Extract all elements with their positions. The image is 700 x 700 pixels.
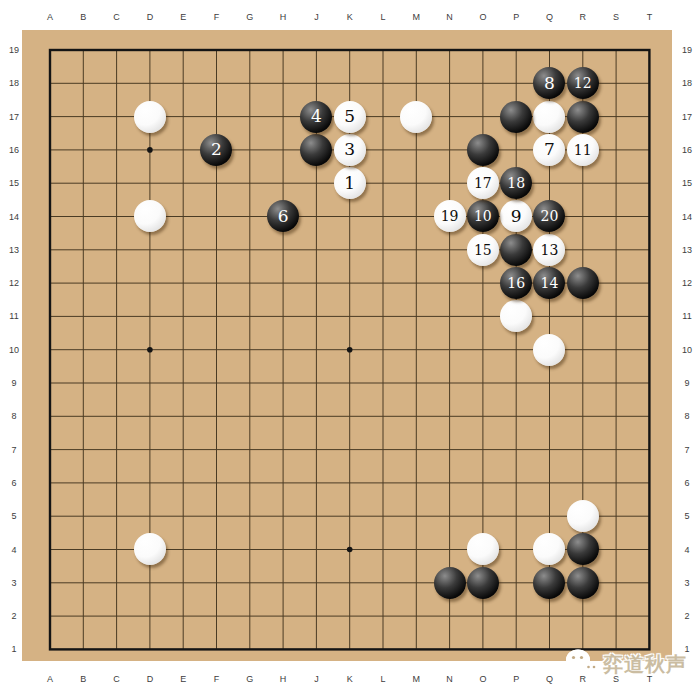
- row-label-right-18: 18: [682, 78, 692, 88]
- stone-black-R17: [567, 101, 599, 133]
- col-label-top-N: N: [446, 12, 453, 22]
- stone-white-Q13-move-13: 13: [533, 234, 565, 266]
- row-label-left-15: 15: [9, 178, 19, 188]
- move-number: 8: [544, 75, 555, 92]
- stone-black-Q18-move-8: 8: [533, 67, 565, 99]
- stone-black-P12-move-16: 16: [500, 267, 532, 299]
- move-number: 14: [541, 276, 559, 290]
- col-label-bottom-F: F: [214, 674, 220, 684]
- row-label-right-2: 2: [684, 611, 689, 621]
- wechat-icon: [563, 646, 603, 682]
- stone-black-J16: [300, 134, 332, 166]
- stone-white-M17: [400, 101, 432, 133]
- row-label-right-15: 15: [682, 178, 692, 188]
- row-label-right-4: 4: [684, 545, 689, 555]
- move-number: 18: [507, 176, 525, 190]
- col-label-top-R: R: [580, 12, 587, 22]
- col-label-top-D: D: [147, 12, 154, 22]
- stone-white-P11: [500, 300, 532, 332]
- col-label-bottom-J: J: [314, 674, 319, 684]
- move-number: 16: [507, 276, 525, 290]
- watermark: 弈道秋声: [563, 646, 687, 682]
- stone-black-N3: [434, 567, 466, 599]
- col-label-bottom-G: G: [246, 674, 253, 684]
- col-label-top-M: M: [413, 12, 421, 22]
- row-label-left-12: 12: [9, 278, 19, 288]
- stone-white-R5: [567, 500, 599, 532]
- col-label-top-L: L: [380, 12, 385, 22]
- col-label-bottom-O: O: [479, 674, 486, 684]
- row-label-left-17: 17: [9, 112, 19, 122]
- move-number: 15: [474, 243, 492, 257]
- row-label-left-1: 1: [11, 644, 16, 654]
- stone-black-O14-move-10: 10: [467, 200, 499, 232]
- stone-black-F16-move-2: 2: [200, 134, 232, 166]
- watermark-text: 弈道秋声: [603, 651, 687, 678]
- col-label-bottom-M: M: [413, 674, 421, 684]
- move-number: 5: [344, 108, 355, 125]
- stone-black-J17-move-4: 4: [300, 101, 332, 133]
- move-number: 17: [474, 176, 492, 190]
- stone-black-H14-move-6: 6: [267, 200, 299, 232]
- move-number: 3: [344, 141, 355, 158]
- col-label-top-J: J: [314, 12, 319, 22]
- stone-white-D14: [134, 200, 166, 232]
- row-label-left-11: 11: [9, 311, 18, 321]
- col-label-bottom-D: D: [147, 674, 154, 684]
- row-label-left-3: 3: [11, 578, 16, 588]
- row-label-left-4: 4: [11, 545, 16, 555]
- stone-black-O16: [467, 134, 499, 166]
- col-label-top-E: E: [180, 12, 186, 22]
- col-label-bottom-E: E: [180, 674, 186, 684]
- col-label-top-F: F: [214, 12, 220, 22]
- stone-black-Q12-move-14: 14: [533, 267, 565, 299]
- row-label-right-16: 16: [682, 145, 692, 155]
- go-board[interactable]: 1234567891011121314151617181920: [33, 33, 666, 666]
- col-label-bottom-K: K: [347, 674, 353, 684]
- stone-black-R3: [567, 567, 599, 599]
- col-label-bottom-N: N: [446, 674, 453, 684]
- col-label-bottom-A: A: [47, 674, 53, 684]
- row-label-right-11: 11: [682, 311, 691, 321]
- go-diagram: AABBCCDDEEFFGGHHJJKKLLMMNNOOPPQQRRSSTT19…: [0, 0, 700, 700]
- col-label-top-O: O: [479, 12, 486, 22]
- row-label-right-7: 7: [684, 445, 689, 455]
- row-label-right-8: 8: [684, 411, 689, 421]
- col-label-top-A: A: [47, 12, 53, 22]
- row-label-right-19: 19: [682, 45, 692, 55]
- stone-white-K16-move-3: 3: [334, 134, 366, 166]
- move-number: 20: [541, 209, 559, 223]
- move-number: 13: [541, 243, 559, 257]
- row-label-left-8: 8: [11, 411, 16, 421]
- col-label-top-B: B: [80, 12, 86, 22]
- move-number: 11: [574, 143, 592, 157]
- row-label-right-6: 6: [684, 478, 689, 488]
- col-label-top-K: K: [347, 12, 353, 22]
- stone-white-D4: [134, 533, 166, 565]
- move-number: 9: [511, 208, 522, 225]
- col-label-top-G: G: [246, 12, 253, 22]
- row-label-right-5: 5: [684, 511, 689, 521]
- stone-white-K17-move-5: 5: [334, 101, 366, 133]
- col-label-bottom-P: P: [513, 674, 519, 684]
- stone-black-R4: [567, 533, 599, 565]
- stone-white-Q17: [533, 101, 565, 133]
- col-label-top-H: H: [280, 12, 287, 22]
- row-label-left-16: 16: [9, 145, 19, 155]
- stone-black-R12: [567, 267, 599, 299]
- row-label-left-14: 14: [9, 212, 19, 222]
- stone-black-P13: [500, 234, 532, 266]
- stone-black-P17: [500, 101, 532, 133]
- stone-white-P14-move-9: 9: [500, 200, 532, 232]
- row-label-right-12: 12: [682, 278, 692, 288]
- move-number: 10: [474, 209, 492, 223]
- stone-white-Q10: [533, 334, 565, 366]
- col-label-bottom-Q: Q: [546, 674, 553, 684]
- col-label-top-C: C: [113, 12, 120, 22]
- stone-white-O15-move-17: 17: [467, 167, 499, 199]
- row-label-left-18: 18: [9, 78, 19, 88]
- stone-black-Q14-move-20: 20: [533, 200, 565, 232]
- row-label-left-6: 6: [11, 478, 16, 488]
- col-label-bottom-L: L: [380, 674, 385, 684]
- stone-black-Q3: [533, 567, 565, 599]
- col-label-bottom-B: B: [80, 674, 86, 684]
- move-number: 12: [574, 76, 592, 90]
- stone-black-P15-move-18: 18: [500, 167, 532, 199]
- stone-white-N14-move-19: 19: [434, 200, 466, 232]
- move-number: 6: [278, 208, 289, 225]
- row-label-left-9: 9: [11, 378, 16, 388]
- stone-black-O3: [467, 567, 499, 599]
- col-label-top-S: S: [613, 12, 619, 22]
- row-label-left-13: 13: [9, 245, 19, 255]
- col-label-bottom-H: H: [280, 674, 287, 684]
- stone-black-R18-move-12: 12: [567, 67, 599, 99]
- row-label-left-2: 2: [11, 611, 16, 621]
- stone-white-D17: [134, 101, 166, 133]
- move-number: 2: [211, 141, 222, 158]
- row-label-right-3: 3: [684, 578, 689, 588]
- row-label-right-9: 9: [684, 378, 689, 388]
- stone-white-R16-move-11: 11: [567, 134, 599, 166]
- row-label-left-5: 5: [11, 511, 16, 521]
- col-label-top-T: T: [647, 12, 653, 22]
- stone-white-Q16-move-7: 7: [533, 134, 565, 166]
- move-number: 1: [344, 175, 355, 192]
- stone-white-O4: [467, 533, 499, 565]
- move-number: 7: [544, 141, 555, 158]
- row-label-left-7: 7: [11, 445, 16, 455]
- move-number: 19: [441, 209, 459, 223]
- stone-white-K15-move-1: 1: [334, 167, 366, 199]
- row-label-right-17: 17: [682, 112, 692, 122]
- stone-white-O13-move-15: 15: [467, 234, 499, 266]
- col-label-top-Q: Q: [546, 12, 553, 22]
- row-label-left-19: 19: [9, 45, 19, 55]
- row-label-right-13: 13: [682, 245, 692, 255]
- row-label-right-10: 10: [682, 345, 692, 355]
- col-label-top-P: P: [513, 12, 519, 22]
- row-label-left-10: 10: [9, 345, 19, 355]
- col-label-bottom-C: C: [113, 674, 120, 684]
- stone-white-Q4: [533, 533, 565, 565]
- move-number: 4: [311, 108, 322, 125]
- row-label-right-14: 14: [682, 212, 692, 222]
